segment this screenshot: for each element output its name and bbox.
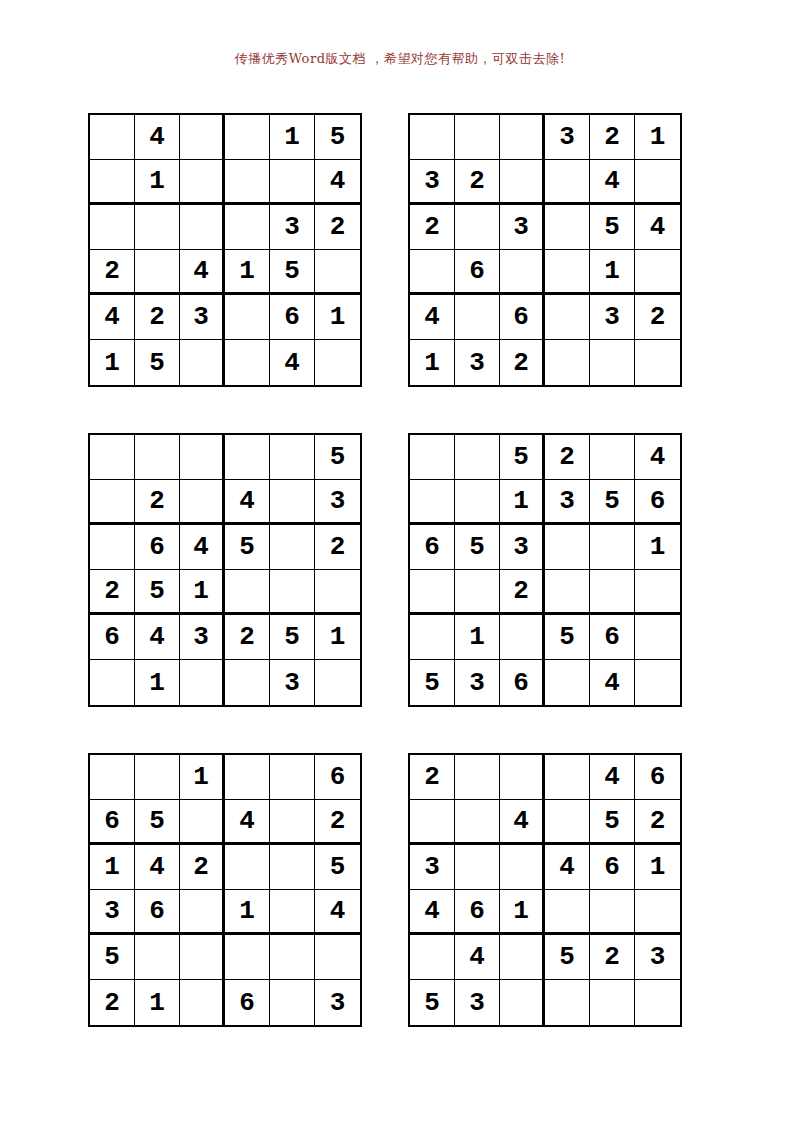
cell-r4c6: 4 <box>315 890 360 935</box>
cell-r5c3 <box>180 935 225 980</box>
cell-r4c1: 4 <box>410 890 455 935</box>
cell-r4c2 <box>135 250 180 295</box>
cell-r3c2: 4 <box>135 845 180 890</box>
cell-r4c1 <box>410 250 455 295</box>
cell-r5c6: 2 <box>635 295 680 340</box>
cell-r6c2: 3 <box>455 980 500 1025</box>
cell-r2c4: 4 <box>225 480 270 525</box>
cell-r4c5 <box>270 890 315 935</box>
cell-r1c3 <box>180 435 225 480</box>
cell-r1c5 <box>270 435 315 480</box>
cell-r4c2: 5 <box>135 570 180 615</box>
sudoku-grid-5: 1665421425361452163 <box>88 753 362 1027</box>
cell-r1c5: 1 <box>270 115 315 160</box>
cell-r2c2: 5 <box>135 800 180 845</box>
cell-r2c1 <box>90 480 135 525</box>
cell-r6c1: 5 <box>410 980 455 1025</box>
cell-r3c3 <box>180 205 225 250</box>
cell-r5c6 <box>315 935 360 980</box>
cell-r3c3: 4 <box>180 525 225 570</box>
cell-r3c4: 5 <box>225 525 270 570</box>
cell-r5c1: 4 <box>90 295 135 340</box>
cell-r3c1 <box>90 525 135 570</box>
cell-r5c3: 3 <box>180 295 225 340</box>
cell-r1c3: 5 <box>500 435 545 480</box>
cell-r2c5 <box>270 160 315 205</box>
cell-r3c2 <box>455 205 500 250</box>
cell-r3c4 <box>225 845 270 890</box>
cell-r3c2 <box>135 205 180 250</box>
sudoku-grid-2: 3213242354614632132 <box>408 113 682 387</box>
cell-r2c6: 2 <box>315 800 360 845</box>
cell-r1c4 <box>225 115 270 160</box>
cell-r2c3: 1 <box>500 480 545 525</box>
cell-r6c4 <box>545 340 590 385</box>
cell-r3c4 <box>225 205 270 250</box>
cell-r6c4 <box>545 660 590 705</box>
cell-r1c2 <box>455 115 500 160</box>
cell-r6c3 <box>180 340 225 385</box>
cell-r2c4: 3 <box>545 480 590 525</box>
cell-r6c6 <box>635 340 680 385</box>
cell-r6c5 <box>590 980 635 1025</box>
cell-r1c4 <box>545 755 590 800</box>
header-note[interactable]: 传播优秀Word版文档 ，希望对您有帮助，可双击去除! <box>0 50 800 68</box>
cell-r1c2: 4 <box>135 115 180 160</box>
cell-r5c3 <box>500 935 545 980</box>
cell-r2c1 <box>90 160 135 205</box>
cell-r6c5: 4 <box>270 340 315 385</box>
cell-r4c4 <box>545 890 590 935</box>
cell-r3c2: 6 <box>135 525 180 570</box>
cell-r4c3: 4 <box>180 250 225 295</box>
cell-r4c1: 2 <box>90 250 135 295</box>
cell-r1c5 <box>270 755 315 800</box>
cell-r2c6 <box>635 160 680 205</box>
cell-r6c4: 6 <box>225 980 270 1025</box>
cell-r1c6: 6 <box>635 755 680 800</box>
cell-r2c5: 5 <box>590 800 635 845</box>
cell-r2c3 <box>180 160 225 205</box>
cell-r1c6: 1 <box>635 115 680 160</box>
cell-r4c5 <box>270 570 315 615</box>
cell-r1c3: 1 <box>180 755 225 800</box>
cell-r4c4: 1 <box>225 890 270 935</box>
cell-r3c1: 6 <box>410 525 455 570</box>
cell-r3c3: 3 <box>500 205 545 250</box>
cell-r5c5: 6 <box>590 615 635 660</box>
cell-r1c3 <box>180 115 225 160</box>
cell-r3c4 <box>545 525 590 570</box>
cell-r6c2: 1 <box>135 660 180 705</box>
cell-r3c1: 3 <box>410 845 455 890</box>
cell-r5c6: 3 <box>635 935 680 980</box>
cell-r6c6: 3 <box>315 980 360 1025</box>
cell-r6c3 <box>180 660 225 705</box>
cell-r6c2: 5 <box>135 340 180 385</box>
cell-r3c3 <box>500 845 545 890</box>
cell-r1c4 <box>225 435 270 480</box>
cell-r3c5: 3 <box>270 205 315 250</box>
cell-r2c5 <box>270 800 315 845</box>
cell-r2c6: 4 <box>315 160 360 205</box>
cell-r1c4: 3 <box>545 115 590 160</box>
cell-r6c4 <box>225 340 270 385</box>
cell-r5c2: 2 <box>135 295 180 340</box>
cell-r4c6 <box>315 250 360 295</box>
cell-r1c1 <box>410 435 455 480</box>
cell-r3c6: 2 <box>315 205 360 250</box>
cell-r2c6: 6 <box>635 480 680 525</box>
cell-r2c5 <box>270 480 315 525</box>
cell-r4c1: 2 <box>90 570 135 615</box>
cell-r4c4 <box>545 570 590 615</box>
cell-r2c1 <box>410 480 455 525</box>
cell-r5c5: 2 <box>590 935 635 980</box>
cell-r4c6 <box>635 570 680 615</box>
cell-r5c6: 1 <box>315 615 360 660</box>
cell-r2c1: 3 <box>410 160 455 205</box>
cell-r6c1: 2 <box>90 980 135 1025</box>
sudoku-grid-3: 5243645225164325113 <box>88 433 362 707</box>
cell-r2c2 <box>455 800 500 845</box>
cell-r6c5: 3 <box>270 660 315 705</box>
cell-r6c1: 1 <box>410 340 455 385</box>
cell-r3c6: 1 <box>635 845 680 890</box>
cell-r6c1 <box>90 660 135 705</box>
cell-r5c4: 5 <box>545 935 590 980</box>
cell-r4c4 <box>225 570 270 615</box>
cell-r5c5: 6 <box>270 295 315 340</box>
cell-r6c3 <box>500 980 545 1025</box>
cell-r5c5 <box>270 935 315 980</box>
cell-r4c5: 5 <box>270 250 315 295</box>
cell-r5c4 <box>545 295 590 340</box>
cell-r3c1: 1 <box>90 845 135 890</box>
cell-r2c4 <box>225 160 270 205</box>
cell-r5c1 <box>410 615 455 660</box>
cell-r2c3 <box>180 480 225 525</box>
cell-r2c4: 4 <box>225 800 270 845</box>
cell-r1c2 <box>455 755 500 800</box>
cell-r5c5: 5 <box>270 615 315 660</box>
cell-r6c5 <box>590 340 635 385</box>
cell-r6c1: 1 <box>90 340 135 385</box>
cell-r2c6: 2 <box>635 800 680 845</box>
cell-r1c6: 4 <box>635 435 680 480</box>
cell-r2c2: 2 <box>135 480 180 525</box>
cell-r2c2 <box>455 480 500 525</box>
cell-r6c6 <box>635 980 680 1025</box>
cell-r6c2: 3 <box>455 660 500 705</box>
cell-r1c4 <box>225 755 270 800</box>
cell-r2c1: 6 <box>90 800 135 845</box>
cell-r4c3: 1 <box>180 570 225 615</box>
cell-r5c3: 6 <box>500 295 545 340</box>
cell-r1c1 <box>410 115 455 160</box>
cell-r4c4: 1 <box>225 250 270 295</box>
cell-r5c6: 1 <box>315 295 360 340</box>
cell-r5c2: 4 <box>455 935 500 980</box>
cell-r3c5 <box>590 525 635 570</box>
cell-r2c6: 3 <box>315 480 360 525</box>
cell-r2c4 <box>545 800 590 845</box>
cell-r5c4 <box>225 295 270 340</box>
cell-r2c3 <box>500 160 545 205</box>
cell-r6c3 <box>180 980 225 1025</box>
cell-r6c3: 2 <box>500 340 545 385</box>
cell-r6c4 <box>545 980 590 1025</box>
document-page: 传播优秀Word版文档 ，希望对您有帮助，可双击去除! 415143224154… <box>0 0 800 1132</box>
cell-r1c1: 2 <box>410 755 455 800</box>
cell-r5c4: 2 <box>225 615 270 660</box>
sudoku-grid-1: 4151432241542361154 <box>88 113 362 387</box>
cell-r1c2 <box>135 755 180 800</box>
cell-r5c1 <box>410 935 455 980</box>
cell-r4c5 <box>590 570 635 615</box>
cell-r2c5: 4 <box>590 160 635 205</box>
cell-r1c5 <box>590 435 635 480</box>
cell-r4c3: 1 <box>500 890 545 935</box>
cell-r3c3: 2 <box>180 845 225 890</box>
cell-r4c2: 6 <box>455 250 500 295</box>
cell-r4c6 <box>635 890 680 935</box>
sudoku-grid-4: 5241356653121565364 <box>408 433 682 707</box>
sudoku-grid-6: 2464523461461452353 <box>408 753 682 1027</box>
cell-r3c2: 5 <box>455 525 500 570</box>
cell-r3c3: 3 <box>500 525 545 570</box>
cell-r2c3: 4 <box>500 800 545 845</box>
cell-r2c1 <box>410 800 455 845</box>
cell-r2c2: 1 <box>135 160 180 205</box>
cell-r6c2: 1 <box>135 980 180 1025</box>
cell-r5c6 <box>635 615 680 660</box>
cell-r6c1: 5 <box>410 660 455 705</box>
cell-r4c4 <box>545 250 590 295</box>
cell-r4c3 <box>180 890 225 935</box>
cell-r3c4 <box>545 205 590 250</box>
cell-r4c1: 3 <box>90 890 135 935</box>
cell-r5c4: 5 <box>545 615 590 660</box>
cell-r3c5 <box>270 845 315 890</box>
cell-r5c4 <box>225 935 270 980</box>
cell-r5c3 <box>500 615 545 660</box>
cell-r1c3 <box>500 115 545 160</box>
cell-r1c1 <box>90 115 135 160</box>
cell-r5c1: 6 <box>90 615 135 660</box>
cell-r4c5 <box>590 890 635 935</box>
cell-r3c4: 4 <box>545 845 590 890</box>
cell-r3c5 <box>270 525 315 570</box>
cell-r5c3: 3 <box>180 615 225 660</box>
cell-r6c5: 4 <box>590 660 635 705</box>
cell-r3c6: 1 <box>635 525 680 570</box>
cell-r5c2: 1 <box>455 615 500 660</box>
cell-r5c1: 4 <box>410 295 455 340</box>
cell-r5c1: 5 <box>90 935 135 980</box>
cell-r4c6 <box>315 570 360 615</box>
cell-r4c3: 2 <box>500 570 545 615</box>
cell-r6c6 <box>635 660 680 705</box>
cell-r1c6: 5 <box>315 115 360 160</box>
cell-r6c6 <box>315 660 360 705</box>
cell-r6c2: 3 <box>455 340 500 385</box>
cell-r4c2: 6 <box>135 890 180 935</box>
cell-r3c6: 4 <box>635 205 680 250</box>
cell-r6c5 <box>270 980 315 1025</box>
cell-r3c6: 5 <box>315 845 360 890</box>
cell-r2c3 <box>180 800 225 845</box>
cell-r2c5: 5 <box>590 480 635 525</box>
cell-r1c1 <box>90 435 135 480</box>
cell-r1c4: 2 <box>545 435 590 480</box>
cell-r4c5: 1 <box>590 250 635 295</box>
cell-r2c2: 2 <box>455 160 500 205</box>
cell-r3c1: 2 <box>410 205 455 250</box>
cell-r6c6 <box>315 340 360 385</box>
cell-r1c5: 4 <box>590 755 635 800</box>
cell-r1c6: 5 <box>315 435 360 480</box>
cell-r3c2 <box>455 845 500 890</box>
cell-r6c3: 6 <box>500 660 545 705</box>
cell-r3c5: 5 <box>590 205 635 250</box>
cell-r3c6: 2 <box>315 525 360 570</box>
cell-r4c1 <box>410 570 455 615</box>
cell-r1c2 <box>455 435 500 480</box>
cell-r5c2: 4 <box>135 615 180 660</box>
cell-r4c3 <box>500 250 545 295</box>
cell-r2c4 <box>545 160 590 205</box>
cell-r1c5: 2 <box>590 115 635 160</box>
cell-r1c1 <box>90 755 135 800</box>
cell-r4c6 <box>635 250 680 295</box>
cell-r1c6: 6 <box>315 755 360 800</box>
cell-r4c2 <box>455 570 500 615</box>
cell-r3c5: 6 <box>590 845 635 890</box>
cell-r5c5: 3 <box>590 295 635 340</box>
cell-r1c3 <box>500 755 545 800</box>
cell-r3c1 <box>90 205 135 250</box>
cell-r1c2 <box>135 435 180 480</box>
cell-r4c2: 6 <box>455 890 500 935</box>
cell-r6c4 <box>225 660 270 705</box>
cell-r5c2 <box>135 935 180 980</box>
cell-r5c2 <box>455 295 500 340</box>
